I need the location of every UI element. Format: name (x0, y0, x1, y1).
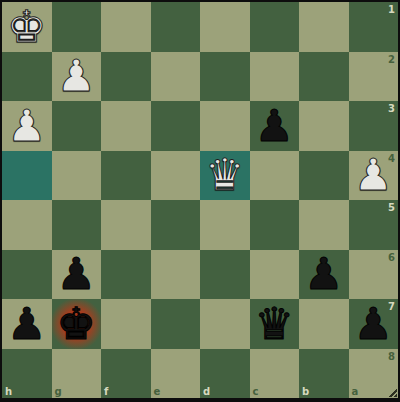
piece-white-pawn[interactable]: ♟ (52, 52, 102, 102)
square-c2[interactable] (250, 52, 300, 102)
file-label-f: f (104, 386, 108, 397)
square-a2[interactable]: 2 (349, 52, 399, 102)
rank-label-8: 8 (388, 351, 395, 362)
piece-white-king[interactable]: ♚ (2, 2, 52, 52)
square-e8[interactable]: e (151, 349, 201, 399)
square-b5[interactable] (299, 200, 349, 250)
square-b7[interactable] (299, 299, 349, 349)
square-d7[interactable] (200, 299, 250, 349)
square-d4[interactable]: ♛ (200, 151, 250, 201)
square-e7[interactable] (151, 299, 201, 349)
square-a5[interactable]: 5 (349, 200, 399, 250)
rank-label-3: 3 (388, 103, 395, 114)
square-c3[interactable]: ♟ (250, 101, 300, 151)
piece-black-queen[interactable]: ♛ (250, 299, 300, 349)
piece-black-pawn[interactable]: ♟ (2, 299, 52, 349)
square-g1[interactable] (52, 2, 102, 52)
square-g6[interactable]: ♟ (52, 250, 102, 300)
square-h7[interactable]: ♟ (2, 299, 52, 349)
square-h3[interactable]: ♟ (2, 101, 52, 151)
square-d2[interactable] (200, 52, 250, 102)
square-c4[interactable] (250, 151, 300, 201)
square-a1[interactable]: 1 (349, 2, 399, 52)
square-g2[interactable]: ♟ (52, 52, 102, 102)
square-c8[interactable]: c (250, 349, 300, 399)
file-label-a: a (352, 386, 359, 397)
square-a3[interactable]: 3 (349, 101, 399, 151)
rank-label-2: 2 (388, 54, 395, 65)
square-f5[interactable] (101, 200, 151, 250)
square-e3[interactable] (151, 101, 201, 151)
square-g5[interactable] (52, 200, 102, 250)
square-b4[interactable] (299, 151, 349, 201)
rank-label-6: 6 (388, 252, 395, 263)
square-d5[interactable] (200, 200, 250, 250)
square-d1[interactable] (200, 2, 250, 52)
square-f4[interactable] (101, 151, 151, 201)
square-d8[interactable]: d (200, 349, 250, 399)
square-f1[interactable] (101, 2, 151, 52)
piece-white-pawn[interactable]: ♟ (349, 151, 399, 201)
square-h1[interactable]: ♚ (2, 2, 52, 52)
square-b2[interactable] (299, 52, 349, 102)
square-f3[interactable] (101, 101, 151, 151)
square-f8[interactable]: f (101, 349, 151, 399)
piece-white-queen[interactable]: ♛ (200, 151, 250, 201)
piece-black-pawn[interactable]: ♟ (349, 299, 399, 349)
piece-black-pawn[interactable]: ♟ (52, 250, 102, 300)
rank-label-5: 5 (388, 202, 395, 213)
square-h8[interactable]: h (2, 349, 52, 399)
rank-label-1: 1 (388, 4, 395, 15)
square-h2[interactable] (2, 52, 52, 102)
square-f6[interactable] (101, 250, 151, 300)
square-g8[interactable]: g (52, 349, 102, 399)
file-label-c: c (253, 386, 259, 397)
square-e6[interactable] (151, 250, 201, 300)
chess-board: ♚1♟2♟♟3♛♟45♟♟6♟♚♛♟7hgfedcb8a (2, 2, 398, 398)
file-label-e: e (154, 386, 161, 397)
square-c7[interactable]: ♛ (250, 299, 300, 349)
piece-white-pawn[interactable]: ♟ (2, 101, 52, 151)
square-b8[interactable]: b (299, 349, 349, 399)
square-g3[interactable] (52, 101, 102, 151)
square-b1[interactable] (299, 2, 349, 52)
square-g4[interactable] (52, 151, 102, 201)
square-h4[interactable] (2, 151, 52, 201)
piece-black-pawn[interactable]: ♟ (250, 101, 300, 151)
resize-handle-icon[interactable] (387, 387, 397, 397)
square-d3[interactable] (200, 101, 250, 151)
square-c5[interactable] (250, 200, 300, 250)
square-e1[interactable] (151, 2, 201, 52)
square-e5[interactable] (151, 200, 201, 250)
piece-black-king[interactable]: ♚ (52, 299, 102, 349)
square-c1[interactable] (250, 2, 300, 52)
square-a4[interactable]: ♟4 (349, 151, 399, 201)
file-label-g: g (55, 386, 62, 397)
square-h5[interactable] (2, 200, 52, 250)
square-d6[interactable] (200, 250, 250, 300)
square-b3[interactable] (299, 101, 349, 151)
square-e4[interactable] (151, 151, 201, 201)
square-e2[interactable] (151, 52, 201, 102)
file-label-b: b (302, 386, 309, 397)
chess-board-frame: ♚1♟2♟♟3♛♟45♟♟6♟♚♛♟7hgfedcb8a (0, 0, 400, 402)
square-f7[interactable] (101, 299, 151, 349)
square-g7[interactable]: ♚ (52, 299, 102, 349)
piece-black-pawn[interactable]: ♟ (299, 250, 349, 300)
square-a7[interactable]: ♟7 (349, 299, 399, 349)
file-label-h: h (5, 386, 12, 397)
square-h6[interactable] (2, 250, 52, 300)
file-label-d: d (203, 386, 210, 397)
square-f2[interactable] (101, 52, 151, 102)
square-c6[interactable] (250, 250, 300, 300)
square-a6[interactable]: 6 (349, 250, 399, 300)
square-b6[interactable]: ♟ (299, 250, 349, 300)
